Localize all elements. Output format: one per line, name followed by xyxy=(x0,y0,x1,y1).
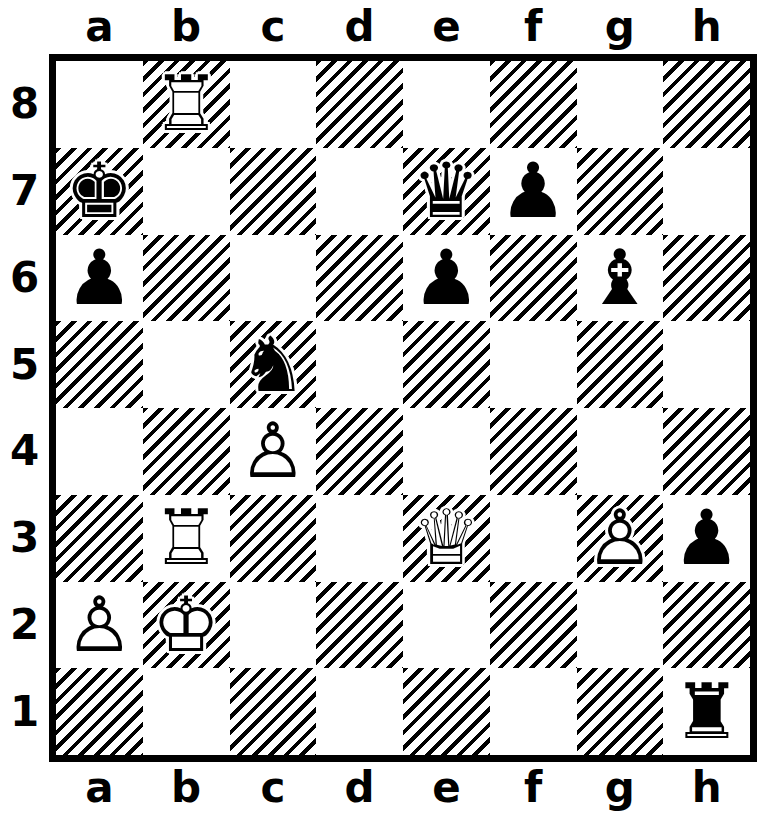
square-f4[interactable] xyxy=(490,408,577,495)
black-king-halo: ♚ xyxy=(56,148,143,235)
square-b4[interactable] xyxy=(143,408,230,495)
file-label-c: c xyxy=(230,761,317,815)
square-f7[interactable]: ♟♟ xyxy=(490,148,577,235)
black-pawn-halo: ♟ xyxy=(56,235,143,322)
piece-white-pawn-c4[interactable]: ♙ xyxy=(230,408,317,495)
square-a7[interactable]: ♚♚ xyxy=(56,148,143,235)
square-b6[interactable] xyxy=(143,235,230,322)
rank-label-1: 1 xyxy=(0,668,49,755)
square-c1[interactable] xyxy=(230,668,317,755)
square-h8[interactable] xyxy=(663,61,750,148)
square-b7[interactable] xyxy=(143,148,230,235)
file-labels-bottom: abcdefgh xyxy=(56,761,750,815)
rank-label-3: 3 xyxy=(0,495,49,582)
square-e8[interactable] xyxy=(403,61,490,148)
square-h2[interactable] xyxy=(663,582,750,669)
square-g7[interactable] xyxy=(577,148,664,235)
file-labels-top: abcdefgh xyxy=(56,0,750,54)
file-label-e: e xyxy=(403,0,490,54)
piece-black-rook-h1[interactable]: ♜ xyxy=(663,668,750,755)
white-pawn-halo: ♟ xyxy=(230,408,317,495)
file-label-g: g xyxy=(577,761,664,815)
square-h3[interactable]: ♟♟ xyxy=(663,495,750,582)
square-g6[interactable]: ♝♝ xyxy=(577,235,664,322)
square-c7[interactable] xyxy=(230,148,317,235)
file-label-h: h xyxy=(663,0,750,54)
square-b1[interactable] xyxy=(143,668,230,755)
square-b5[interactable] xyxy=(143,321,230,408)
square-a8[interactable] xyxy=(56,61,143,148)
square-e7[interactable]: ♛♛ xyxy=(403,148,490,235)
piece-black-pawn-h3[interactable]: ♟ xyxy=(663,495,750,582)
white-pawn-halo: ♟ xyxy=(56,582,143,669)
square-d8[interactable] xyxy=(316,61,403,148)
square-f1[interactable] xyxy=(490,668,577,755)
square-a1[interactable] xyxy=(56,668,143,755)
square-a6[interactable]: ♟♟ xyxy=(56,235,143,322)
chess-board[interactable]: ♜♖♚♚♛♛♟♟♟♟♟♟♝♝♞♞♟♙♜♖♛♕♟♙♟♟♟♙♚♔♜♜ xyxy=(49,54,757,762)
square-d2[interactable] xyxy=(316,582,403,669)
file-label-a: a xyxy=(56,761,143,815)
square-d4[interactable] xyxy=(316,408,403,495)
square-d6[interactable] xyxy=(316,235,403,322)
square-e1[interactable] xyxy=(403,668,490,755)
file-label-h: h xyxy=(663,761,750,815)
square-e2[interactable] xyxy=(403,582,490,669)
piece-black-bishop-g6[interactable]: ♝ xyxy=(577,235,664,322)
piece-white-pawn-g3[interactable]: ♙ xyxy=(577,495,664,582)
black-pawn-halo: ♟ xyxy=(490,148,577,235)
square-g3[interactable]: ♟♙ xyxy=(577,495,664,582)
piece-white-queen-e3[interactable]: ♕ xyxy=(403,495,490,582)
square-d7[interactable] xyxy=(316,148,403,235)
square-c4[interactable]: ♟♙ xyxy=(230,408,317,495)
square-g2[interactable] xyxy=(577,582,664,669)
piece-black-pawn-e6[interactable]: ♟ xyxy=(403,235,490,322)
rank-label-4: 4 xyxy=(0,408,49,495)
square-g8[interactable] xyxy=(577,61,664,148)
square-f2[interactable] xyxy=(490,582,577,669)
white-king-halo: ♚ xyxy=(143,582,230,669)
square-h5[interactable] xyxy=(663,321,750,408)
rank-label-2: 2 xyxy=(0,582,49,669)
square-b3[interactable]: ♜♖ xyxy=(143,495,230,582)
square-e6[interactable]: ♟♟ xyxy=(403,235,490,322)
square-h1[interactable]: ♜♜ xyxy=(663,668,750,755)
file-label-b: b xyxy=(143,761,230,815)
file-label-d: d xyxy=(316,0,403,54)
piece-black-queen-e7[interactable]: ♛ xyxy=(403,148,490,235)
square-f5[interactable] xyxy=(490,321,577,408)
square-a4[interactable] xyxy=(56,408,143,495)
square-e3[interactable]: ♛♕ xyxy=(403,495,490,582)
square-d5[interactable] xyxy=(316,321,403,408)
piece-black-king-a7[interactable]: ♚ xyxy=(56,148,143,235)
rank-label-8: 8 xyxy=(0,61,49,148)
rank-label-5: 5 xyxy=(0,321,49,408)
square-e4[interactable] xyxy=(403,408,490,495)
square-d3[interactable] xyxy=(316,495,403,582)
rank-label-6: 6 xyxy=(0,235,49,322)
square-c2[interactable] xyxy=(230,582,317,669)
square-g5[interactable] xyxy=(577,321,664,408)
file-label-c: c xyxy=(230,0,317,54)
rank-label-7: 7 xyxy=(0,148,49,235)
white-pawn-halo: ♟ xyxy=(577,495,664,582)
piece-white-king-b2[interactable]: ♔ xyxy=(143,582,230,669)
square-c3[interactable] xyxy=(230,495,317,582)
square-h7[interactable] xyxy=(663,148,750,235)
file-label-e: e xyxy=(403,761,490,815)
piece-black-pawn-f7[interactable]: ♟ xyxy=(490,148,577,235)
file-label-f: f xyxy=(490,761,577,815)
square-c6[interactable] xyxy=(230,235,317,322)
white-rook-halo: ♜ xyxy=(143,61,230,148)
square-c8[interactable] xyxy=(230,61,317,148)
black-rook-halo: ♜ xyxy=(663,668,750,755)
square-h6[interactable] xyxy=(663,235,750,322)
square-g4[interactable] xyxy=(577,408,664,495)
piece-black-knight-c5[interactable]: ♞ xyxy=(230,321,317,408)
file-label-f: f xyxy=(490,0,577,54)
square-a2[interactable]: ♟♙ xyxy=(56,582,143,669)
square-c5[interactable]: ♞♞ xyxy=(230,321,317,408)
square-f3[interactable] xyxy=(490,495,577,582)
piece-white-pawn-a2[interactable]: ♙ xyxy=(56,582,143,669)
square-f8[interactable] xyxy=(490,61,577,148)
file-label-a: a xyxy=(56,0,143,54)
file-label-d: d xyxy=(316,761,403,815)
rank-labels-left: 87654321 xyxy=(0,61,49,755)
black-bishop-halo: ♝ xyxy=(577,235,664,322)
file-label-b: b xyxy=(143,0,230,54)
file-label-g: g xyxy=(577,0,664,54)
square-f6[interactable] xyxy=(490,235,577,322)
black-pawn-halo: ♟ xyxy=(663,495,750,582)
square-b2[interactable]: ♚♔ xyxy=(143,582,230,669)
black-knight-halo: ♞ xyxy=(230,321,317,408)
piece-white-rook-b3[interactable]: ♖ xyxy=(143,495,230,582)
square-a3[interactable] xyxy=(56,495,143,582)
piece-white-rook-b8[interactable]: ♖ xyxy=(143,61,230,148)
white-rook-halo: ♜ xyxy=(143,495,230,582)
square-d1[interactable] xyxy=(316,668,403,755)
square-a5[interactable] xyxy=(56,321,143,408)
piece-black-pawn-a6[interactable]: ♟ xyxy=(56,235,143,322)
square-g1[interactable] xyxy=(577,668,664,755)
black-pawn-halo: ♟ xyxy=(403,235,490,322)
square-b8[interactable]: ♜♖ xyxy=(143,61,230,148)
white-queen-halo: ♛ xyxy=(403,495,490,582)
black-queen-halo: ♛ xyxy=(403,148,490,235)
square-e5[interactable] xyxy=(403,321,490,408)
square-h4[interactable] xyxy=(663,408,750,495)
